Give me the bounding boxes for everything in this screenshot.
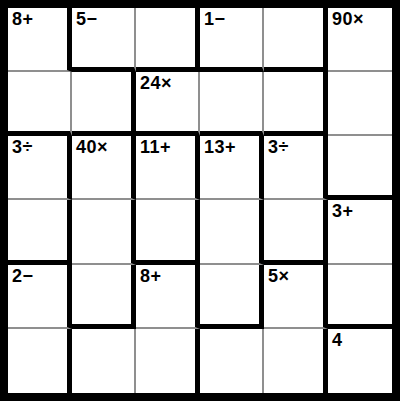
cage-clue: 3÷ [268,138,289,158]
cell-r4c3[interactable] [136,200,200,264]
cell-r2c4[interactable] [200,72,264,136]
cell-r4c6[interactable]: 3+ [328,200,392,264]
cage-clue: 24× [140,74,172,94]
cell-r2c2[interactable] [72,72,136,136]
cell-r2c6[interactable] [328,72,392,136]
cage-clue: 11+ [140,138,171,158]
cage-clue: 40× [76,138,108,158]
cell-r3c6[interactable] [328,136,392,200]
cell-r2c3[interactable]: 24× [136,72,200,136]
cell-r5c6[interactable] [328,265,392,329]
cell-r3c2[interactable]: 40× [72,136,136,200]
cell-r4c5[interactable] [264,200,328,264]
cell-r2c5[interactable] [264,72,328,136]
cell-r1c1[interactable]: 8+ [8,8,72,72]
cell-r1c5[interactable] [264,8,328,72]
cell-r5c2[interactable] [72,265,136,329]
cage-clue: 3+ [332,202,354,222]
cage-clue: 90× [332,10,364,30]
kenken-board: 8+ 5− 1− 90× 24× 3÷ 40× 11+ 13+ 3÷ 3+ 2−… [0,0,400,401]
cage-clue: 13+ [204,138,236,158]
cell-r4c2[interactable] [72,200,136,264]
cell-r1c3[interactable] [136,8,200,72]
cage-clue: 5− [76,10,98,30]
cell-r1c6[interactable]: 90× [328,8,392,72]
cell-r4c4[interactable] [200,200,264,264]
cell-r6c4[interactable] [200,329,264,393]
cell-r1c2[interactable]: 5− [72,8,136,72]
cell-r5c1[interactable]: 2− [8,265,72,329]
cage-clue: 4 [332,331,343,351]
cage-clue: 8+ [140,267,162,287]
cell-r6c5[interactable] [264,329,328,393]
cell-r6c3[interactable] [136,329,200,393]
cell-r2c1[interactable] [8,72,72,136]
cell-r5c3[interactable]: 8+ [136,265,200,329]
cell-r6c6[interactable]: 4 [328,329,392,393]
cell-r5c4[interactable] [200,265,264,329]
cage-clue: 5× [268,267,290,287]
cell-r3c3[interactable]: 11+ [136,136,200,200]
cage-clue: 3÷ [12,138,33,158]
cell-r6c1[interactable] [8,329,72,393]
cell-r3c5[interactable]: 3÷ [264,136,328,200]
cage-clue: 1− [204,10,226,30]
cell-r1c4[interactable]: 1− [200,8,264,72]
cell-r4c1[interactable] [8,200,72,264]
cell-r3c1[interactable]: 3÷ [8,136,72,200]
cage-clue: 8+ [12,10,34,30]
cell-r6c2[interactable] [72,329,136,393]
cage-clue: 2− [12,267,34,287]
cell-r3c4[interactable]: 13+ [200,136,264,200]
cell-r5c5[interactable]: 5× [264,265,328,329]
